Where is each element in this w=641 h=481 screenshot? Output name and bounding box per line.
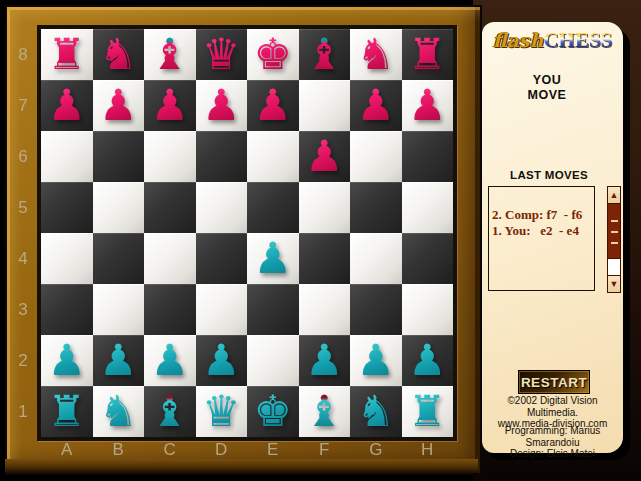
design-credit: Design: Elsis Matei bbox=[510, 448, 595, 459]
scrollbar-track[interactable] bbox=[608, 259, 620, 275]
rank-label-3: 3 bbox=[9, 284, 37, 335]
file-label-f: F bbox=[299, 438, 351, 462]
square-h6[interactable] bbox=[402, 131, 454, 182]
black-pawn[interactable]: ♟ bbox=[99, 80, 138, 131]
black-pawn[interactable]: ♟ bbox=[150, 80, 189, 131]
square-f3[interactable] bbox=[299, 284, 351, 335]
logo-flash-text: flash bbox=[493, 29, 544, 51]
white-pawn[interactable]: ♟ bbox=[150, 335, 189, 386]
author-credits: Programming: Marius SmarandoiuDesign: El… bbox=[482, 425, 623, 460]
black-pawn[interactable]: ♟ bbox=[305, 131, 344, 182]
square-d2[interactable]: ♟ bbox=[196, 335, 248, 386]
white-queen[interactable]: ♛ bbox=[202, 386, 241, 437]
square-d6[interactable] bbox=[196, 131, 248, 182]
rank-label-8: 8 bbox=[9, 29, 37, 80]
black-king[interactable]: ♚ bbox=[253, 29, 292, 80]
square-g7[interactable]: ♟ bbox=[350, 80, 402, 131]
square-g5[interactable] bbox=[350, 182, 402, 233]
black-rook[interactable]: ♜ bbox=[47, 29, 86, 80]
file-label-b: B bbox=[93, 438, 145, 462]
square-a1[interactable]: ♜ bbox=[41, 386, 93, 437]
arrow-up-icon: ▲ bbox=[610, 191, 619, 200]
square-f7[interactable] bbox=[299, 80, 351, 131]
square-b2[interactable]: ♟ bbox=[93, 335, 145, 386]
file-label-c: C bbox=[144, 438, 196, 462]
square-h3[interactable] bbox=[402, 284, 454, 335]
square-d4[interactable] bbox=[196, 233, 248, 284]
square-d1[interactable]: ♛ bbox=[196, 386, 248, 437]
black-pawn[interactable]: ♟ bbox=[253, 80, 292, 131]
square-f1[interactable]: ♝ bbox=[299, 386, 351, 437]
white-knight[interactable]: ♞ bbox=[356, 386, 395, 437]
square-e4[interactable]: ♟ bbox=[247, 233, 299, 284]
black-rook[interactable]: ♜ bbox=[408, 29, 447, 80]
file-label-e: E bbox=[247, 438, 299, 462]
black-bishop[interactable]: ♝ bbox=[150, 29, 189, 80]
square-g2[interactable]: ♟ bbox=[350, 335, 402, 386]
square-h5[interactable] bbox=[402, 182, 454, 233]
square-f8[interactable]: ♝ bbox=[299, 29, 351, 80]
square-d5[interactable] bbox=[196, 182, 248, 233]
square-f5[interactable] bbox=[299, 182, 351, 233]
square-c3[interactable] bbox=[144, 284, 196, 335]
move-list: 2. Comp: f7 - f6 1. You: e2 - e4 bbox=[488, 186, 595, 291]
square-c8[interactable]: ♝ bbox=[144, 29, 196, 80]
scroll-down-button[interactable]: ▼ bbox=[608, 275, 620, 292]
square-c2[interactable]: ♟ bbox=[144, 335, 196, 386]
square-e3[interactable] bbox=[247, 284, 299, 335]
square-h4[interactable] bbox=[402, 233, 454, 284]
white-knight[interactable]: ♞ bbox=[99, 386, 138, 437]
white-pawn[interactable]: ♟ bbox=[47, 335, 86, 386]
square-c7[interactable]: ♟ bbox=[144, 80, 196, 131]
square-e7[interactable]: ♟ bbox=[247, 80, 299, 131]
file-label-g: G bbox=[350, 438, 402, 462]
black-knight[interactable]: ♞ bbox=[99, 29, 138, 80]
white-pawn[interactable]: ♟ bbox=[356, 335, 395, 386]
turn-status-line1: YOU bbox=[533, 73, 562, 87]
white-rook[interactable]: ♜ bbox=[47, 386, 86, 437]
rank-label-6: 6 bbox=[9, 131, 37, 182]
scroll-up-button[interactable]: ▲ bbox=[608, 187, 620, 204]
square-f6[interactable]: ♟ bbox=[299, 131, 351, 182]
square-g4[interactable] bbox=[350, 233, 402, 284]
turn-status: YOUMOVE bbox=[482, 73, 612, 103]
arrow-down-icon: ▼ bbox=[610, 280, 619, 289]
board-grid: ♜♞♝♛♚♝♞♜♟♟♟♟♟♟♟♟♟♟♟♟♟♟♟♟♜♞♝♛♚♝♞♜ bbox=[41, 29, 453, 437]
move-entry: 1. You: e2 - e4 bbox=[492, 223, 579, 238]
square-g8[interactable]: ♞ bbox=[350, 29, 402, 80]
restart-button[interactable]: RESTART bbox=[518, 370, 590, 394]
white-pawn[interactable]: ♟ bbox=[408, 335, 447, 386]
white-pawn[interactable]: ♟ bbox=[202, 335, 241, 386]
white-bishop[interactable]: ♝ bbox=[150, 386, 189, 437]
file-label-h: H bbox=[402, 438, 454, 462]
square-b4[interactable] bbox=[93, 233, 145, 284]
rank-label-2: 2 bbox=[9, 335, 37, 386]
square-c6[interactable] bbox=[144, 131, 196, 182]
move-entry: 2. Comp: f7 - f6 bbox=[492, 207, 582, 222]
square-g3[interactable] bbox=[350, 284, 402, 335]
square-h8[interactable]: ♜ bbox=[402, 29, 454, 80]
white-pawn[interactable]: ♟ bbox=[305, 335, 344, 386]
square-g1[interactable]: ♞ bbox=[350, 386, 402, 437]
square-f4[interactable] bbox=[299, 233, 351, 284]
square-h7[interactable]: ♟ bbox=[402, 80, 454, 131]
black-knight[interactable]: ♞ bbox=[356, 29, 395, 80]
black-pawn[interactable]: ♟ bbox=[408, 80, 447, 131]
white-rook[interactable]: ♜ bbox=[408, 386, 447, 437]
square-b1[interactable]: ♞ bbox=[93, 386, 145, 437]
black-queen[interactable]: ♛ bbox=[202, 29, 241, 80]
black-pawn[interactable]: ♟ bbox=[356, 80, 395, 131]
rank-label-1: 1 bbox=[9, 386, 37, 437]
flashchess-logo: flashCHESS bbox=[482, 28, 623, 53]
rank-label-7: 7 bbox=[9, 80, 37, 131]
square-a6[interactable] bbox=[41, 131, 93, 182]
rank-label-5: 5 bbox=[9, 182, 37, 233]
square-h1[interactable]: ♜ bbox=[402, 386, 454, 437]
square-d7[interactable]: ♟ bbox=[196, 80, 248, 131]
logo-chess-text: CHESS bbox=[543, 28, 612, 52]
square-d3[interactable] bbox=[196, 284, 248, 335]
move-list-scrollbar[interactable]: ▲ ▼ bbox=[607, 186, 621, 293]
square-b8[interactable]: ♞ bbox=[93, 29, 145, 80]
square-d8[interactable]: ♛ bbox=[196, 29, 248, 80]
rank-label-4: 4 bbox=[9, 233, 37, 284]
copyright-line: ©2002 Digital Vision Multimedia. bbox=[507, 395, 597, 418]
square-b3[interactable] bbox=[93, 284, 145, 335]
square-b7[interactable]: ♟ bbox=[93, 80, 145, 131]
black-pawn[interactable]: ♟ bbox=[202, 80, 241, 131]
square-e1[interactable]: ♚ bbox=[247, 386, 299, 437]
square-g6[interactable] bbox=[350, 131, 402, 182]
square-e2[interactable] bbox=[247, 335, 299, 386]
black-pawn[interactable]: ♟ bbox=[47, 80, 86, 131]
square-c4[interactable] bbox=[144, 233, 196, 284]
square-a5[interactable] bbox=[41, 182, 93, 233]
square-a3[interactable] bbox=[41, 284, 93, 335]
square-a8[interactable]: ♜ bbox=[41, 29, 93, 80]
scrollbar-thumb[interactable] bbox=[608, 204, 620, 259]
white-pawn[interactable]: ♟ bbox=[253, 233, 292, 284]
file-label-d: D bbox=[196, 438, 248, 462]
square-c1[interactable]: ♝ bbox=[144, 386, 196, 437]
square-e8[interactable]: ♚ bbox=[247, 29, 299, 80]
square-e6[interactable] bbox=[247, 131, 299, 182]
square-h2[interactable]: ♟ bbox=[402, 335, 454, 386]
last-moves-title: LAST MOVES bbox=[482, 169, 616, 181]
white-pawn[interactable]: ♟ bbox=[99, 335, 138, 386]
turn-status-line2: MOVE bbox=[528, 88, 567, 102]
square-c5[interactable] bbox=[144, 182, 196, 233]
square-f2[interactable]: ♟ bbox=[299, 335, 351, 386]
file-label-a: A bbox=[41, 438, 93, 462]
square-a2[interactable]: ♟ bbox=[41, 335, 93, 386]
black-bishop[interactable]: ♝ bbox=[305, 29, 344, 80]
square-b5[interactable] bbox=[93, 182, 145, 233]
white-king[interactable]: ♚ bbox=[253, 386, 292, 437]
square-a7[interactable]: ♟ bbox=[41, 80, 93, 131]
square-e5[interactable] bbox=[247, 182, 299, 233]
white-bishop[interactable]: ♝ bbox=[305, 386, 344, 437]
info-panel: flashCHESS YOUMOVE LAST MOVES 2. Comp: f… bbox=[482, 22, 623, 453]
square-a4[interactable] bbox=[41, 233, 93, 284]
programming-credit: Programming: Marius Smarandoiu bbox=[505, 425, 601, 448]
square-b6[interactable] bbox=[93, 131, 145, 182]
